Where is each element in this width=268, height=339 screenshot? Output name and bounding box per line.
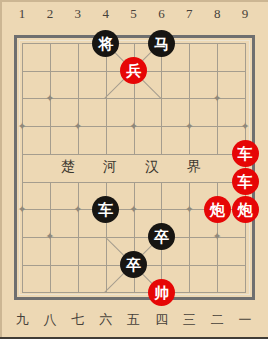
grid-vline [189, 182, 190, 293]
river-char: 汉 [143, 159, 161, 175]
grid-vline [106, 43, 107, 154]
point-marker: ✦ [71, 119, 85, 133]
grid-vline [189, 43, 190, 154]
grid-vline [78, 182, 79, 293]
file-label-top: 9 [235, 7, 255, 21]
file-label-bottom: 三 [179, 313, 199, 327]
grid-hline [22, 292, 246, 293]
file-label-bottom: 八 [40, 313, 60, 327]
file-label-top: 6 [151, 7, 171, 21]
point-marker: ✦ [182, 202, 196, 216]
point-marker: ✦ [15, 119, 29, 133]
file-label-top: 4 [96, 7, 116, 21]
point-marker: ✦ [182, 119, 196, 133]
file-label-top: 5 [124, 7, 144, 21]
piece-black-将[interactable]: 将 [92, 30, 119, 57]
file-label-top: 8 [207, 7, 227, 21]
file-label-bottom: 二 [207, 313, 227, 327]
file-label-top: 1 [12, 7, 32, 21]
grid-vline [22, 43, 23, 292]
point-marker: ✦ [15, 202, 29, 216]
screen-edge-left [0, 0, 2, 339]
screen-edge-top [0, 0, 268, 2]
piece-red-炮[interactable]: 炮 [204, 196, 231, 223]
file-label-bottom: 五 [124, 313, 144, 327]
file-label-bottom: 七 [68, 313, 88, 327]
piece-black-卒[interactable]: 卒 [120, 251, 147, 278]
piece-red-车[interactable]: 车 [232, 168, 259, 195]
piece-red-炮[interactable]: 炮 [232, 196, 259, 223]
piece-red-帅[interactable]: 帅 [148, 279, 175, 306]
piece-black-车[interactable]: 车 [92, 196, 119, 223]
river-char: 界 [185, 159, 203, 175]
file-label-bottom: 九 [12, 313, 32, 327]
file-label-bottom: 一 [235, 313, 255, 327]
piece-red-车[interactable]: 车 [232, 140, 259, 167]
point-marker: ✦ [210, 230, 224, 244]
point-marker: ✦ [127, 119, 141, 133]
point-marker: ✦ [43, 91, 57, 105]
piece-red-兵[interactable]: 兵 [120, 57, 147, 84]
grid-hline [22, 154, 246, 155]
piece-black-马[interactable]: 马 [148, 30, 175, 57]
xiangqi-board-screen: 123456789 ✦✦✦✦✦✦✦✦✦✦✦✦✦✦ 楚河汉界 将马兵车车车炮炮卒卒… [0, 0, 268, 339]
grid-vline [78, 43, 79, 154]
river-char: 楚 [59, 159, 77, 175]
point-marker: ✦ [127, 202, 141, 216]
file-label-bottom: 四 [151, 313, 171, 327]
point-marker: ✦ [71, 202, 85, 216]
file-label-bottom: 六 [96, 313, 116, 327]
file-label-top: 7 [179, 7, 199, 21]
file-label-top: 3 [68, 7, 88, 21]
file-label-top: 2 [40, 7, 60, 21]
point-marker: ✦ [43, 230, 57, 244]
point-marker: ✦ [210, 91, 224, 105]
river-char: 河 [101, 159, 119, 175]
point-marker: ✦ [238, 119, 252, 133]
